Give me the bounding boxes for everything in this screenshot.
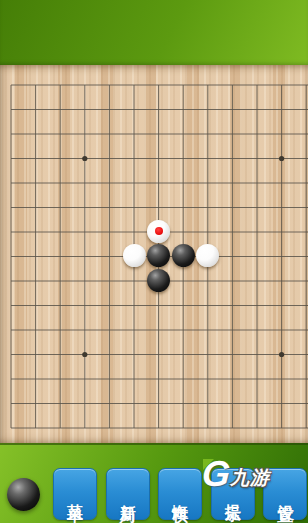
last-move-marker	[155, 227, 163, 235]
bottom-toolbar: 菜单新局悔棋提示设置	[0, 443, 308, 523]
menu-button-label: 菜单	[67, 491, 83, 497]
stone-white	[123, 244, 146, 267]
hint-button[interactable]: 提示	[211, 468, 255, 520]
top-bar	[0, 0, 308, 65]
stone-white	[147, 220, 170, 243]
new-game-button-label: 新局	[120, 491, 136, 497]
stone-black	[147, 244, 170, 267]
menu-button[interactable]: 菜单	[53, 468, 97, 520]
turn-indicator-stone	[7, 478, 40, 511]
gomoku-board[interactable]	[0, 65, 308, 443]
new-game-button[interactable]: 新局	[106, 468, 150, 520]
settings-button-label: 设置	[277, 491, 293, 497]
hint-button-label: 提示	[225, 491, 241, 497]
app-screen: 菜单新局悔棋提示设置 G 九游	[0, 0, 308, 523]
undo-button-label: 悔棋	[172, 491, 188, 497]
stone-black	[147, 269, 170, 292]
settings-button[interactable]: 设置	[263, 468, 307, 520]
undo-button[interactable]: 悔棋	[158, 468, 202, 520]
stone-black	[172, 244, 195, 267]
